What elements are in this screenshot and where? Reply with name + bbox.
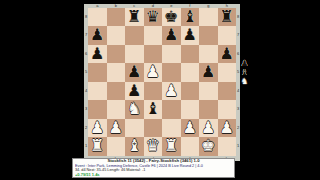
white-knight-icon: ♞ bbox=[127, 100, 141, 119]
black-pawn-icon: ♟ bbox=[220, 45, 234, 64]
square-e1: ♜ bbox=[162, 137, 181, 156]
black-rook-icon: ♜ bbox=[220, 8, 234, 27]
square-d1: ♛ bbox=[144, 137, 163, 156]
rank-label-8: 8 bbox=[236, 8, 240, 27]
square-f2: ♟ bbox=[181, 119, 200, 138]
square-f7: ♟ bbox=[181, 26, 200, 45]
black-pawn-icon: ♟ bbox=[90, 26, 104, 45]
white-king-icon: ♚ bbox=[201, 137, 215, 156]
white-bishop-icon: ♝ bbox=[127, 137, 141, 156]
square-e6 bbox=[162, 45, 181, 64]
square-a8 bbox=[88, 8, 107, 27]
square-c6 bbox=[125, 45, 144, 64]
square-c5: ♟ bbox=[125, 63, 144, 82]
square-g4 bbox=[199, 82, 218, 101]
white-pawn-icon: ♟ bbox=[164, 82, 178, 101]
square-c7 bbox=[125, 26, 144, 45]
square-b4 bbox=[107, 82, 126, 101]
square-d4 bbox=[144, 82, 163, 101]
square-e5 bbox=[162, 63, 181, 82]
square-c3: ♞ bbox=[125, 100, 144, 119]
black-bishop-icon: ♝ bbox=[183, 8, 197, 27]
square-f1 bbox=[181, 137, 200, 156]
square-b7 bbox=[107, 26, 126, 45]
square-d2 bbox=[144, 119, 163, 138]
rank-label-3: 3 bbox=[236, 100, 240, 119]
white-rook-icon: ♜ bbox=[164, 137, 178, 156]
square-h7 bbox=[218, 26, 237, 45]
square-b6 bbox=[107, 45, 126, 64]
square-h4 bbox=[218, 82, 237, 101]
rank-label-7: 7 bbox=[236, 26, 240, 45]
square-f4 bbox=[181, 82, 200, 101]
square-g3 bbox=[199, 100, 218, 119]
white-pawn-icon: ♟ bbox=[201, 119, 215, 138]
square-f5 bbox=[181, 63, 200, 82]
white-pawn-icon: ♟ bbox=[109, 119, 123, 138]
square-a7: ♟ bbox=[88, 26, 107, 45]
material-tray: ♟♝♞ bbox=[239, 59, 250, 86]
black-bishop-icon: ♝ bbox=[146, 100, 160, 119]
black-rook-icon: ♜ bbox=[127, 8, 141, 27]
square-e4: ♟ bbox=[162, 82, 181, 101]
black-pawn-icon: ♟ bbox=[183, 26, 197, 45]
square-g1: ♚ bbox=[199, 137, 218, 156]
black-pawn-icon: ♟ bbox=[127, 63, 141, 82]
black-pawn-icon: ♟ bbox=[90, 45, 104, 64]
square-c8: ♜ bbox=[125, 8, 144, 27]
square-e7: ♟ bbox=[162, 26, 181, 45]
board: ♜♛♚♝♜♟♟♟♟♟♟♟♟♟♟♞♝♟♟♟♟♟♜♝♛♜♚ bbox=[88, 8, 236, 156]
white-pawn-icon: ♟ bbox=[146, 63, 160, 82]
square-c1: ♝ bbox=[125, 137, 144, 156]
square-h6: ♟ bbox=[218, 45, 237, 64]
rank-label-2: 2 bbox=[236, 119, 240, 138]
square-d3: ♝ bbox=[144, 100, 163, 119]
square-f3 bbox=[181, 100, 200, 119]
caption-box: Stockfish 11 (3542) - Fairy-Stockfish (3… bbox=[72, 158, 235, 178]
square-h1 bbox=[218, 137, 237, 156]
square-f6 bbox=[181, 45, 200, 64]
white-pawn-icon: ♟ bbox=[183, 119, 197, 138]
white-pawn-icon: ♟ bbox=[90, 119, 104, 138]
square-b1 bbox=[107, 137, 126, 156]
square-b5 bbox=[107, 63, 126, 82]
square-g8 bbox=[199, 8, 218, 27]
square-a1: ♜ bbox=[88, 137, 107, 156]
square-e2 bbox=[162, 119, 181, 138]
square-h2: ♟ bbox=[218, 119, 237, 138]
black-pawn-icon: ♟ bbox=[164, 26, 178, 45]
black-pawn-icon: ♟ bbox=[201, 63, 215, 82]
square-h8: ♜ bbox=[218, 8, 237, 27]
square-a4 bbox=[88, 82, 107, 101]
square-e3 bbox=[162, 100, 181, 119]
square-e8: ♚ bbox=[162, 8, 181, 27]
black-king-icon: ♚ bbox=[164, 8, 178, 27]
square-h3 bbox=[218, 100, 237, 119]
white-pawn-icon: ♟ bbox=[220, 119, 234, 138]
square-d7 bbox=[144, 26, 163, 45]
square-a3 bbox=[88, 100, 107, 119]
square-b2: ♟ bbox=[107, 119, 126, 138]
square-f8: ♝ bbox=[181, 8, 200, 27]
square-b3 bbox=[107, 100, 126, 119]
square-a2: ♟ bbox=[88, 119, 107, 138]
white-rook-icon: ♜ bbox=[90, 137, 104, 156]
square-b8 bbox=[107, 8, 126, 27]
square-g6 bbox=[199, 45, 218, 64]
video-frame: abcdefgh 87654321 ♜♛♚♝♜♟♟♟♟♟♟♟♟♟♟♞♝♟♟♟♟♟… bbox=[0, 0, 320, 180]
engine-eval-line: +0.79/51 1.4s bbox=[75, 173, 232, 178]
square-g2: ♟ bbox=[199, 119, 218, 138]
square-c4: ♟ bbox=[125, 82, 144, 101]
black-queen-icon: ♛ bbox=[146, 8, 160, 27]
square-g7 bbox=[199, 26, 218, 45]
square-c2 bbox=[125, 119, 144, 138]
black-pawn-icon: ♟ bbox=[127, 82, 141, 101]
square-d6 bbox=[144, 45, 163, 64]
square-d5: ♟ bbox=[144, 63, 163, 82]
square-d8: ♛ bbox=[144, 8, 163, 27]
white-queen-icon: ♛ bbox=[146, 137, 160, 156]
rank-label-1: 1 bbox=[236, 137, 240, 156]
square-a6: ♟ bbox=[88, 45, 107, 64]
chessboard-block: abcdefgh 87654321 ♜♛♚♝♜♟♟♟♟♟♟♟♟♟♟♞♝♟♟♟♟♟… bbox=[84, 4, 240, 161]
white-knight-icon: ♞ bbox=[241, 77, 249, 86]
square-a5 bbox=[88, 63, 107, 82]
square-h5 bbox=[218, 63, 237, 82]
square-g5: ♟ bbox=[199, 63, 218, 82]
